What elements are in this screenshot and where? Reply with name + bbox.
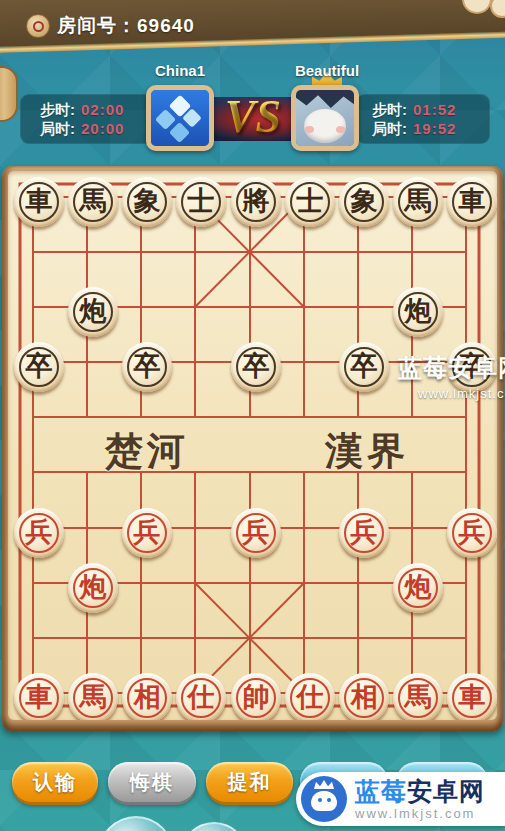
- piece-black-general[interactable]: 將: [231, 177, 281, 227]
- left-player-avatar[interactable]: [146, 85, 214, 151]
- offer-draw-button[interactable]: 提和: [206, 762, 293, 802]
- piece-black-advisor[interactable]: 士: [176, 177, 226, 227]
- room-badge-icon: [26, 14, 50, 38]
- piece-label: 炮: [405, 298, 432, 325]
- piece-label: 相: [351, 684, 378, 711]
- piece-black-soldier[interactable]: 卒: [231, 342, 281, 392]
- piece-black-horse[interactable]: 馬: [393, 177, 443, 227]
- left-game-time-label: 局时:: [40, 119, 75, 138]
- piece-red-elephant[interactable]: 相: [122, 673, 172, 720]
- river-label-chu: 楚河: [105, 426, 189, 477]
- watermark-site-name: 蓝莓安卓网: [398, 352, 505, 384]
- left-player-name: China1: [120, 62, 240, 79]
- piece-red-cannon[interactable]: 炮: [393, 563, 443, 613]
- piece-red-soldier[interactable]: 兵: [14, 508, 64, 558]
- piece-red-soldier[interactable]: 兵: [122, 508, 172, 558]
- avatar-cheek: [305, 126, 314, 133]
- room-number-text: 房间号：69640: [57, 13, 195, 39]
- undo-move-button[interactable]: 悔棋: [108, 762, 196, 802]
- right-game-time-label: 局时:: [372, 119, 407, 138]
- piece-label: 兵: [243, 519, 270, 546]
- piece-red-soldier[interactable]: 兵: [447, 508, 497, 558]
- piece-label: 仕: [297, 684, 324, 711]
- piece-black-horse[interactable]: 馬: [68, 177, 118, 227]
- piece-label: 馬: [405, 684, 432, 711]
- piece-black-chariot[interactable]: 車: [14, 177, 64, 227]
- piece-red-soldier[interactable]: 兵: [231, 508, 281, 558]
- brand-name: 蓝莓安卓网: [355, 779, 485, 804]
- piece-red-cannon[interactable]: 炮: [68, 563, 118, 613]
- piece-label: 卒: [26, 353, 53, 380]
- brand-url: www.lmkjst.com: [355, 807, 485, 820]
- piece-red-advisor[interactable]: 仕: [176, 673, 226, 720]
- piece-label: 帥: [243, 684, 270, 711]
- piece-black-soldier[interactable]: 卒: [339, 342, 389, 392]
- piece-red-elephant[interactable]: 相: [339, 673, 389, 720]
- piece-label: 仕: [188, 684, 215, 711]
- piece-label: 馬: [80, 684, 107, 711]
- right-timer-panel: 步时:01:52 局时:19:52: [356, 94, 490, 144]
- left-move-time-label: 步时:: [40, 100, 75, 119]
- bubble-decor: [180, 822, 248, 831]
- piece-red-chariot[interactable]: 車: [447, 673, 497, 720]
- avatar-image: [296, 90, 354, 146]
- avatar-cheek: [336, 126, 345, 133]
- xiangqi-board[interactable]: 楚河 漢界 車馬象士將士象馬車炮炮卒卒卒卒卒兵兵兵兵兵炮炮車馬相仕帥仕相馬車: [2, 166, 503, 731]
- piece-label: 相: [134, 684, 161, 711]
- piece-black-chariot[interactable]: 車: [447, 177, 497, 227]
- piece-label: 兵: [459, 519, 486, 546]
- right-player-name: Beautiful: [267, 62, 387, 79]
- avatar-image: [151, 90, 209, 146]
- watermark-site-url: www.lmkjst.com: [418, 386, 505, 401]
- piece-label: 兵: [351, 519, 378, 546]
- board-grid: [8, 171, 497, 720]
- room-info: 房间号：69640: [26, 13, 195, 39]
- piece-black-elephant[interactable]: 象: [339, 177, 389, 227]
- piece-black-soldier[interactable]: 卒: [14, 342, 64, 392]
- piece-black-cannon[interactable]: 炮: [68, 287, 118, 337]
- piece-red-soldier[interactable]: 兵: [339, 508, 389, 558]
- right-player-avatar[interactable]: [291, 85, 359, 151]
- piece-label: 卒: [243, 353, 270, 380]
- piece-label: 卒: [351, 353, 378, 380]
- piece-black-elephant[interactable]: 象: [122, 177, 172, 227]
- river-label-han: 漢界: [325, 426, 409, 477]
- piece-label: 馬: [80, 188, 107, 215]
- piece-label: 象: [134, 188, 161, 215]
- bubble-decor: [98, 816, 174, 831]
- room-label: 房间号：: [57, 15, 137, 36]
- piece-label: 車: [26, 684, 53, 711]
- piece-black-cannon[interactable]: 炮: [393, 287, 443, 337]
- room-number: 69640: [137, 15, 195, 36]
- right-game-time-value: 19:52: [413, 119, 456, 138]
- piece-label: 車: [26, 188, 53, 215]
- piece-label: 象: [351, 188, 378, 215]
- piece-label: 炮: [80, 298, 107, 325]
- left-timer-panel: 步时:02:00 局时:20:00: [20, 94, 162, 144]
- piece-red-horse[interactable]: 馬: [393, 673, 443, 720]
- piece-red-advisor[interactable]: 仕: [285, 673, 335, 720]
- piece-red-general[interactable]: 帥: [231, 673, 281, 720]
- watermark-floating: 蓝莓安卓网 www.lmkjst.com: [398, 352, 505, 401]
- piece-red-horse[interactable]: 馬: [68, 673, 118, 720]
- piece-red-chariot[interactable]: 車: [14, 673, 64, 720]
- board-surface[interactable]: 楚河 漢界 車馬象士將士象馬車炮炮卒卒卒卒卒兵兵兵兵兵炮炮車馬相仕帥仕相馬車: [8, 171, 497, 720]
- watermark-badge: 蓝莓安卓网 www.lmkjst.com: [296, 772, 505, 826]
- piece-label: 卒: [134, 353, 161, 380]
- piece-label: 炮: [80, 574, 107, 601]
- piece-label: 炮: [405, 574, 432, 601]
- piece-label: 兵: [134, 519, 161, 546]
- left-move-time-value: 02:00: [81, 100, 124, 119]
- piece-label: 兵: [26, 519, 53, 546]
- piece-black-soldier[interactable]: 卒: [122, 342, 172, 392]
- resign-button[interactable]: 认输: [12, 762, 98, 802]
- piece-label: 將: [243, 188, 270, 215]
- piece-label: 車: [459, 188, 486, 215]
- avatar-diamond: [169, 122, 190, 143]
- side-decor-coin: [0, 66, 18, 122]
- piece-label: 士: [297, 188, 324, 215]
- brand-logo-icon: [301, 776, 347, 822]
- piece-black-advisor[interactable]: 士: [285, 177, 335, 227]
- piece-label: 車: [459, 684, 486, 711]
- right-move-time-label: 步时:: [372, 100, 407, 119]
- piece-label: 士: [188, 188, 215, 215]
- game-screen: 房间号：69640 步时:02:00 局时:20:00 步时:01:52 局时:…: [0, 0, 505, 831]
- brand-name-blue: 蓝莓: [355, 777, 407, 805]
- right-move-time-value: 01:52: [413, 100, 456, 119]
- piece-label: 馬: [405, 188, 432, 215]
- left-game-time-value: 20:00: [81, 119, 124, 138]
- brand-name-dark: 安卓网: [407, 777, 485, 805]
